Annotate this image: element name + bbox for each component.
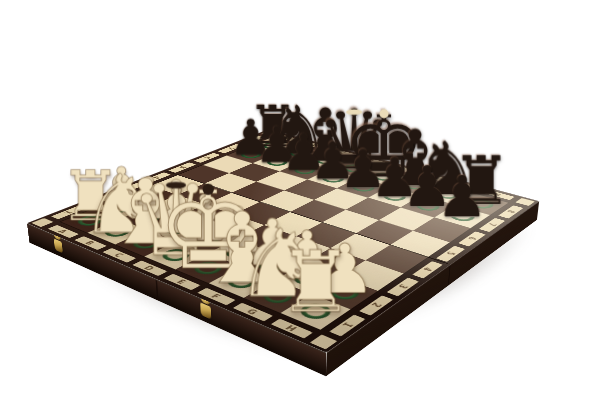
piece-white-rook-h1[interactable]: ♜ — [278, 240, 354, 325]
fold-seam-front — [156, 280, 159, 301]
board-squares: ♜♞♝♛♚♝♞♜♟♟♟♟♟♟♟♟♟♟♟♟♟♟♟♟♜♞♝♛♚♝♞♜ — [59, 137, 509, 330]
fold-seam-side — [448, 265, 451, 286]
chess-board: ABCDEFGH ABCDEFGH 87654321 87654321 ♜♞♝♛… — [27, 129, 539, 352]
product-photo: ABCDEFGH ABCDEFGH 87654321 87654321 ♜♞♝♛… — [0, 0, 600, 400]
brass-clasp-right[interactable] — [198, 291, 213, 323]
clasp-plate — [200, 302, 211, 319]
brass-clasp-left[interactable] — [51, 228, 64, 256]
clasp-plate — [54, 239, 63, 254]
